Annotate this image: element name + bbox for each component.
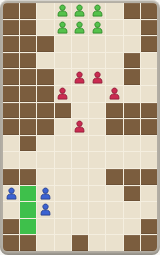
floor-cell[interactable]	[20, 152, 36, 168]
wall-cell[interactable]	[3, 103, 19, 119]
green-unit[interactable]	[73, 4, 86, 17]
wall-cell[interactable]	[3, 86, 19, 102]
wall-cell[interactable]	[141, 169, 157, 185]
floor-cell[interactable]	[37, 219, 53, 235]
floor-cell[interactable]	[89, 186, 105, 202]
floor-cell[interactable]	[89, 169, 105, 185]
floor-cell[interactable]	[3, 152, 19, 168]
goal-cell[interactable]	[20, 202, 36, 218]
floor-cell[interactable]	[55, 202, 71, 218]
floor-cell[interactable]	[55, 86, 71, 102]
floor-cell[interactable]	[124, 136, 140, 152]
green-unit[interactable]	[73, 21, 86, 34]
floor-cell[interactable]	[89, 3, 105, 19]
green-unit[interactable]	[91, 4, 104, 17]
floor-cell[interactable]	[55, 53, 71, 69]
wall-cell[interactable]	[3, 36, 19, 52]
floor-cell[interactable]	[55, 36, 71, 52]
floor-cell[interactable]	[89, 152, 105, 168]
wall-cell[interactable]	[20, 36, 36, 52]
red-unit[interactable]	[108, 87, 121, 100]
floor-cell[interactable]	[72, 103, 88, 119]
wall-cell[interactable]	[124, 69, 140, 85]
floor-cell[interactable]	[55, 3, 71, 19]
floor-cell[interactable]	[72, 86, 88, 102]
floor-cell[interactable]	[72, 186, 88, 202]
wall-cell[interactable]	[20, 103, 36, 119]
floor-cell[interactable]	[89, 235, 105, 251]
wall-cell[interactable]	[20, 86, 36, 102]
wall-cell[interactable]	[106, 103, 122, 119]
floor-cell[interactable]	[89, 69, 105, 85]
floor-cell[interactable]	[141, 186, 157, 202]
floor-cell[interactable]	[106, 235, 122, 251]
wall-cell[interactable]	[37, 69, 53, 85]
wall-cell[interactable]	[20, 69, 36, 85]
blue-unit[interactable]	[39, 187, 52, 200]
floor-cell[interactable]	[106, 69, 122, 85]
game-board	[3, 3, 157, 251]
floor-cell[interactable]	[141, 53, 157, 69]
green-unit[interactable]	[56, 4, 69, 17]
floor-cell[interactable]	[106, 152, 122, 168]
floor-cell[interactable]	[55, 235, 71, 251]
wall-cell[interactable]	[37, 119, 53, 135]
floor-cell[interactable]	[55, 219, 71, 235]
floor-cell[interactable]	[89, 53, 105, 69]
wall-cell[interactable]	[20, 119, 36, 135]
wall-cell[interactable]	[55, 103, 71, 119]
floor-cell[interactable]	[3, 136, 19, 152]
floor-cell[interactable]	[141, 202, 157, 218]
floor-cell[interactable]	[55, 152, 71, 168]
wall-cell[interactable]	[3, 219, 19, 235]
floor-cell[interactable]	[55, 69, 71, 85]
wall-cell[interactable]	[37, 36, 53, 52]
floor-cell[interactable]	[124, 20, 140, 36]
blue-unit[interactable]	[5, 187, 18, 200]
wall-cell[interactable]	[3, 69, 19, 85]
floor-cell[interactable]	[72, 152, 88, 168]
floor-cell[interactable]	[106, 20, 122, 36]
floor-cell[interactable]	[72, 202, 88, 218]
wall-cell[interactable]	[124, 53, 140, 69]
wall-cell[interactable]	[3, 3, 19, 19]
red-unit[interactable]	[73, 120, 86, 133]
floor-cell[interactable]	[3, 186, 19, 202]
floor-cell[interactable]	[72, 3, 88, 19]
floor-cell[interactable]	[124, 152, 140, 168]
goal-cell[interactable]	[20, 219, 36, 235]
wall-cell[interactable]	[141, 20, 157, 36]
wall-cell[interactable]	[37, 86, 53, 102]
wall-cell[interactable]	[3, 169, 19, 185]
floor-cell[interactable]	[106, 36, 122, 52]
wall-cell[interactable]	[20, 20, 36, 36]
floor-cell[interactable]	[72, 119, 88, 135]
wall-cell[interactable]	[124, 3, 140, 19]
green-unit[interactable]	[56, 21, 69, 34]
wall-cell[interactable]	[141, 235, 157, 251]
floor-cell[interactable]	[37, 169, 53, 185]
floor-cell[interactable]	[106, 186, 122, 202]
floor-cell[interactable]	[72, 136, 88, 152]
floor-cell[interactable]	[89, 103, 105, 119]
wall-cell[interactable]	[37, 103, 53, 119]
floor-cell[interactable]	[37, 20, 53, 36]
floor-cell[interactable]	[55, 186, 71, 202]
wall-cell[interactable]	[106, 169, 122, 185]
floor-cell[interactable]	[106, 53, 122, 69]
red-unit[interactable]	[91, 71, 104, 84]
floor-cell[interactable]	[37, 3, 53, 19]
floor-cell[interactable]	[141, 136, 157, 152]
floor-cell[interactable]	[72, 219, 88, 235]
blue-unit[interactable]	[39, 203, 52, 216]
wall-cell[interactable]	[3, 53, 19, 69]
floor-cell[interactable]	[37, 53, 53, 69]
floor-cell[interactable]	[141, 69, 157, 85]
floor-cell[interactable]	[55, 136, 71, 152]
floor-cell[interactable]	[124, 86, 140, 102]
floor-cell[interactable]	[37, 235, 53, 251]
floor-cell[interactable]	[141, 152, 157, 168]
wall-cell[interactable]	[141, 3, 157, 19]
wall-cell[interactable]	[3, 20, 19, 36]
floor-cell[interactable]	[37, 186, 53, 202]
floor-cell[interactable]	[55, 20, 71, 36]
floor-cell[interactable]	[106, 219, 122, 235]
floor-cell[interactable]	[89, 202, 105, 218]
floor-cell[interactable]	[72, 20, 88, 36]
wall-cell[interactable]	[124, 186, 140, 202]
floor-cell[interactable]	[55, 169, 71, 185]
floor-cell[interactable]	[37, 152, 53, 168]
red-unit[interactable]	[56, 87, 69, 100]
wall-cell[interactable]	[141, 36, 157, 52]
wall-cell[interactable]	[141, 219, 157, 235]
floor-cell[interactable]	[124, 36, 140, 52]
floor-cell[interactable]	[89, 119, 105, 135]
wall-cell[interactable]	[20, 169, 36, 185]
game-screen	[0, 0, 160, 255]
wall-cell[interactable]	[3, 119, 19, 135]
green-unit[interactable]	[91, 21, 104, 34]
floor-cell[interactable]	[72, 53, 88, 69]
floor-cell[interactable]	[72, 69, 88, 85]
floor-cell[interactable]	[37, 202, 53, 218]
red-unit[interactable]	[73, 71, 86, 84]
wall-cell[interactable]	[20, 235, 36, 251]
wall-cell[interactable]	[141, 119, 157, 135]
floor-cell[interactable]	[106, 86, 122, 102]
goal-cell[interactable]	[20, 186, 36, 202]
floor-cell[interactable]	[72, 169, 88, 185]
floor-cell[interactable]	[89, 36, 105, 52]
floor-cell[interactable]	[124, 202, 140, 218]
floor-cell[interactable]	[55, 119, 71, 135]
floor-cell[interactable]	[124, 219, 140, 235]
wall-cell[interactable]	[124, 235, 140, 251]
floor-cell[interactable]	[106, 3, 122, 19]
floor-cell[interactable]	[89, 136, 105, 152]
floor-cell[interactable]	[89, 20, 105, 36]
wall-cell[interactable]	[20, 53, 36, 69]
wall-cell[interactable]	[141, 103, 157, 119]
wall-cell[interactable]	[124, 119, 140, 135]
wall-cell[interactable]	[3, 235, 19, 251]
wall-cell[interactable]	[20, 136, 36, 152]
floor-cell[interactable]	[106, 136, 122, 152]
floor-cell[interactable]	[72, 36, 88, 52]
wall-cell[interactable]	[124, 103, 140, 119]
floor-cell[interactable]	[106, 202, 122, 218]
wall-cell[interactable]	[20, 3, 36, 19]
floor-cell[interactable]	[89, 219, 105, 235]
wall-cell[interactable]	[106, 119, 122, 135]
floor-cell[interactable]	[3, 202, 19, 218]
wall-cell[interactable]	[124, 169, 140, 185]
floor-cell[interactable]	[37, 136, 53, 152]
floor-cell[interactable]	[141, 86, 157, 102]
floor-cell[interactable]	[89, 86, 105, 102]
wall-cell[interactable]	[72, 235, 88, 251]
